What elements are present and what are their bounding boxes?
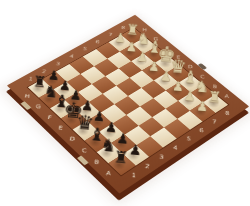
piece-white-pawn: ♟ (125, 41, 137, 54)
piece-white-rook: ♜ (208, 90, 223, 106)
photo-scene: ♜♞♝♚♛♝♞♜♟♟♟♟♟♟♟♟♟♟♟♟♟♟♟♟♜♞♝♚♛♝♞♜ HGFEDCB… (0, 0, 250, 206)
piece-white-pawn: ♟ (171, 79, 184, 93)
chess-board: ♜♞♝♚♛♝♞♜♟♟♟♟♟♟♟♟♟♟♟♟♟♟♟♟♜♞♝♚♛♝♞♜ HGFEDCB… (7, 15, 249, 194)
piece-white-pawn: ♟ (183, 89, 196, 103)
piece-black-pawn: ♟ (116, 131, 129, 146)
piece-white-pawn: ♟ (148, 60, 160, 74)
piece-black-rook: ♜ (113, 149, 129, 166)
piece-white-pawn: ♟ (136, 50, 148, 63)
coordinate-label: 4 (64, 50, 78, 63)
piece-black-pawn: ♟ (104, 120, 117, 135)
piece-white-pawn: ♟ (196, 100, 209, 114)
piece-black-pawn: ♟ (47, 68, 60, 82)
piece-white-pawn: ♟ (114, 32, 126, 45)
coordinate-label: A (99, 167, 119, 180)
piece-black-pawn: ♟ (129, 143, 143, 158)
board-grid: ♜♞♝♚♛♝♞♜♟♟♟♟♟♟♟♟♟♟♟♟♟♟♟♟♜♞♝♚♛♝♞♜ (28, 28, 228, 175)
coordinate-label: 1 (126, 167, 141, 183)
piece-white-pawn: ♟ (159, 69, 172, 83)
coordinate-label: 5 (78, 43, 92, 56)
